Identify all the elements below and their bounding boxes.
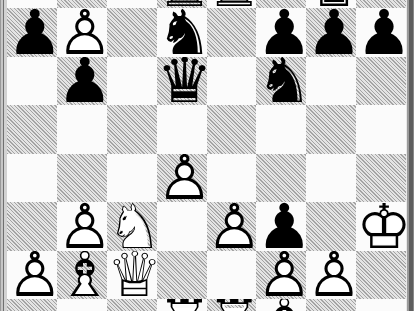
white-pawn: ♟♙ xyxy=(57,8,107,57)
square-d5[interactable] xyxy=(157,105,207,154)
square-d1[interactable]: ♜♖ xyxy=(157,299,207,311)
square-e8[interactable]: ♜ xyxy=(207,0,257,8)
board-frame-left xyxy=(0,0,7,311)
square-h2[interactable] xyxy=(356,251,406,300)
black-pawn: ♟ xyxy=(256,202,306,251)
square-h6[interactable] xyxy=(356,57,406,106)
square-a1[interactable] xyxy=(7,299,57,311)
square-f3[interactable]: ♟ xyxy=(256,202,306,251)
square-h4[interactable] xyxy=(356,154,406,203)
square-c3[interactable]: ♞♘ xyxy=(107,202,157,251)
square-e4[interactable] xyxy=(207,154,257,203)
black-pawn: ♟ xyxy=(7,8,57,57)
square-a2[interactable]: ♟♙ xyxy=(7,251,57,300)
black-knight: ♞ xyxy=(256,57,306,106)
black-queen: ♛ xyxy=(157,57,207,106)
square-g5[interactable] xyxy=(306,105,356,154)
white-pawn: ♟♙ xyxy=(157,154,207,203)
white-rook: ♜♖ xyxy=(207,299,257,311)
square-f7[interactable]: ♟ xyxy=(256,8,306,57)
square-d4[interactable]: ♟♙ xyxy=(157,154,207,203)
square-e7[interactable] xyxy=(207,8,257,57)
square-g1[interactable] xyxy=(306,299,356,311)
square-f2[interactable]: ♟♙ xyxy=(256,251,306,300)
white-bishop: ♝♗ xyxy=(256,299,306,311)
square-b7[interactable]: ♟♙ xyxy=(57,8,107,57)
square-f1[interactable]: ♝♗ xyxy=(256,299,306,311)
white-bishop: ♝♗ xyxy=(57,251,107,300)
black-rook: ♜ xyxy=(207,0,257,8)
square-g2[interactable]: ♟♙ xyxy=(306,251,356,300)
board-frame-right xyxy=(406,0,414,311)
white-pawn: ♟♙ xyxy=(207,202,257,251)
square-h1[interactable] xyxy=(356,299,406,311)
square-b3[interactable]: ♟♙ xyxy=(57,202,107,251)
square-f8[interactable] xyxy=(256,0,306,8)
square-c7[interactable] xyxy=(107,8,157,57)
square-b4[interactable] xyxy=(57,154,107,203)
white-pawn: ♟♙ xyxy=(57,202,107,251)
black-pawn: ♟ xyxy=(306,8,356,57)
square-g4[interactable] xyxy=(306,154,356,203)
square-a7[interactable]: ♟ xyxy=(7,8,57,57)
square-c8[interactable] xyxy=(107,0,157,8)
square-a4[interactable] xyxy=(7,154,57,203)
square-e2[interactable] xyxy=(207,251,257,300)
square-c2[interactable]: ♛♕ xyxy=(107,251,157,300)
square-a6[interactable] xyxy=(7,57,57,106)
square-c5[interactable] xyxy=(107,105,157,154)
white-knight: ♞♘ xyxy=(107,202,157,251)
black-pawn: ♟ xyxy=(57,57,107,106)
square-d7[interactable]: ♞ xyxy=(157,8,207,57)
square-e6[interactable] xyxy=(207,57,257,106)
square-f5[interactable] xyxy=(256,105,306,154)
square-h3[interactable]: ♚♔ xyxy=(356,202,406,251)
square-d2[interactable] xyxy=(157,251,207,300)
black-knight: ♞ xyxy=(157,8,207,57)
square-c4[interactable] xyxy=(107,154,157,203)
square-f4[interactable] xyxy=(256,154,306,203)
white-rook: ♜♖ xyxy=(157,299,207,311)
black-pawn: ♟ xyxy=(256,8,306,57)
black-king: ♚ xyxy=(306,0,356,8)
white-pawn: ♟♙ xyxy=(7,251,57,300)
square-d3[interactable] xyxy=(157,202,207,251)
square-b6[interactable]: ♟ xyxy=(57,57,107,106)
square-g8[interactable]: ♚ xyxy=(306,0,356,8)
white-pawn: ♟♙ xyxy=(306,251,356,300)
square-h8[interactable] xyxy=(356,0,406,8)
square-e3[interactable]: ♟♙ xyxy=(207,202,257,251)
square-a8[interactable] xyxy=(7,0,57,8)
square-g3[interactable] xyxy=(306,202,356,251)
square-h7[interactable]: ♟ xyxy=(356,8,406,57)
square-e1[interactable]: ♜♖ xyxy=(207,299,257,311)
square-b1[interactable] xyxy=(57,299,107,311)
square-b8[interactable] xyxy=(57,0,107,8)
square-e5[interactable] xyxy=(207,105,257,154)
square-a3[interactable] xyxy=(7,202,57,251)
square-g6[interactable] xyxy=(306,57,356,106)
square-f6[interactable]: ♞ xyxy=(256,57,306,106)
square-d6[interactable]: ♛ xyxy=(157,57,207,106)
square-a5[interactable] xyxy=(7,105,57,154)
white-pawn: ♟♙ xyxy=(256,251,306,300)
square-c6[interactable] xyxy=(107,57,157,106)
black-rook: ♜ xyxy=(157,0,207,8)
white-king: ♚♔ xyxy=(356,202,406,251)
white-queen: ♛♕ xyxy=(107,251,157,300)
square-d8[interactable]: ♜ xyxy=(157,0,207,8)
square-b2[interactable]: ♝♗ xyxy=(57,251,107,300)
square-g7[interactable]: ♟ xyxy=(306,8,356,57)
square-b5[interactable] xyxy=(57,105,107,154)
black-pawn: ♟ xyxy=(356,8,406,57)
square-c1[interactable] xyxy=(107,299,157,311)
chess-diagram: ♜♜♚♟♟♙♞♟♟♟♟♛♞♟♙♟♙♞♘♟♙♟♚♔♟♙♝♗♛♕♟♙♟♙♜♖♜♖♝♗ xyxy=(0,0,414,311)
square-h5[interactable] xyxy=(356,105,406,154)
chess-board: ♜♜♚♟♟♙♞♟♟♟♟♛♞♟♙♟♙♞♘♟♙♟♚♔♟♙♝♗♛♕♟♙♟♙♜♖♜♖♝♗ xyxy=(7,0,406,311)
